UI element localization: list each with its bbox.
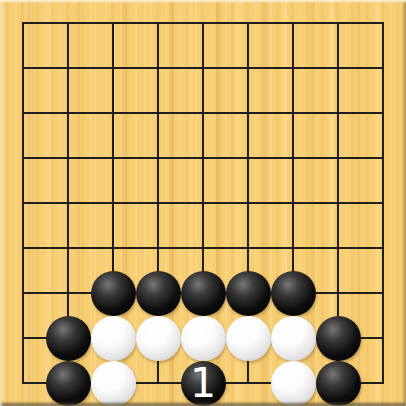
board-intersection[interactable]	[91, 226, 136, 271]
board-intersection[interactable]	[91, 271, 136, 316]
white-stone	[91, 361, 136, 406]
go-board: 1	[0, 0, 406, 406]
white-stone	[181, 316, 226, 361]
white-stone	[91, 316, 136, 361]
black-stone	[271, 271, 316, 316]
board-intersection[interactable]	[46, 136, 91, 181]
black-stone	[226, 271, 271, 316]
board-intersection[interactable]	[361, 91, 406, 136]
board-intersection[interactable]	[316, 136, 361, 181]
board-intersection[interactable]	[91, 316, 136, 361]
board-intersection[interactable]	[181, 271, 226, 316]
board-intersection[interactable]	[271, 46, 316, 91]
board-intersection[interactable]	[46, 181, 91, 226]
board-intersection[interactable]: 1	[181, 361, 226, 406]
board-intersection[interactable]	[316, 316, 361, 361]
board-intersection[interactable]	[316, 46, 361, 91]
board-intersection[interactable]	[91, 136, 136, 181]
board-intersection[interactable]	[361, 181, 406, 226]
board-intersection[interactable]	[181, 226, 226, 271]
board-intersection[interactable]	[1, 136, 46, 181]
white-stone	[271, 316, 316, 361]
board-intersection[interactable]	[136, 226, 181, 271]
board-intersection[interactable]	[91, 1, 136, 46]
board-intersection[interactable]	[46, 361, 91, 406]
board-intersection[interactable]	[271, 91, 316, 136]
board-intersection[interactable]	[1, 1, 46, 46]
board-intersection[interactable]	[271, 361, 316, 406]
board-grid: 1	[1, 1, 406, 406]
board-intersection[interactable]	[1, 91, 46, 136]
board-intersection[interactable]	[226, 136, 271, 181]
board-intersection[interactable]	[361, 361, 406, 406]
board-intersection[interactable]	[271, 271, 316, 316]
board-intersection[interactable]	[361, 136, 406, 181]
board-intersection[interactable]	[181, 91, 226, 136]
board-intersection[interactable]	[316, 91, 361, 136]
board-intersection[interactable]	[1, 316, 46, 361]
white-stone	[226, 316, 271, 361]
board-intersection[interactable]	[91, 46, 136, 91]
board-intersection[interactable]	[181, 316, 226, 361]
white-stone	[271, 361, 316, 406]
board-intersection[interactable]	[361, 46, 406, 91]
black-stone	[91, 271, 136, 316]
board-intersection[interactable]	[91, 181, 136, 226]
board-intersection[interactable]	[226, 226, 271, 271]
black-stone: 1	[181, 361, 226, 406]
board-intersection[interactable]	[91, 91, 136, 136]
board-intersection[interactable]	[46, 316, 91, 361]
board-intersection[interactable]	[271, 1, 316, 46]
board-intersection[interactable]	[136, 316, 181, 361]
board-intersection[interactable]	[91, 361, 136, 406]
board-intersection[interactable]	[316, 1, 361, 46]
board-intersection[interactable]	[271, 181, 316, 226]
board-intersection[interactable]	[316, 226, 361, 271]
board-intersection[interactable]	[46, 226, 91, 271]
board-intersection[interactable]	[46, 46, 91, 91]
black-stone	[316, 316, 361, 361]
board-intersection[interactable]	[46, 1, 91, 46]
black-stone	[136, 271, 181, 316]
black-stone	[46, 316, 91, 361]
board-intersection[interactable]	[226, 316, 271, 361]
board-intersection[interactable]	[361, 316, 406, 361]
board-intersection[interactable]	[181, 181, 226, 226]
board-intersection[interactable]	[271, 226, 316, 271]
board-intersection[interactable]	[226, 181, 271, 226]
black-stone	[316, 361, 361, 406]
board-intersection[interactable]	[46, 271, 91, 316]
board-intersection[interactable]	[136, 1, 181, 46]
board-intersection[interactable]	[226, 1, 271, 46]
board-intersection[interactable]	[316, 271, 361, 316]
board-intersection[interactable]	[181, 46, 226, 91]
board-intersection[interactable]	[361, 271, 406, 316]
board-intersection[interactable]	[46, 91, 91, 136]
board-intersection[interactable]	[226, 46, 271, 91]
board-intersection[interactable]	[1, 181, 46, 226]
board-intersection[interactable]	[1, 46, 46, 91]
move-number-label: 1	[190, 363, 216, 404]
white-stone	[136, 316, 181, 361]
board-intersection[interactable]	[1, 226, 46, 271]
board-intersection[interactable]	[1, 361, 46, 406]
board-intersection[interactable]	[226, 91, 271, 136]
board-intersection[interactable]	[271, 136, 316, 181]
board-intersection[interactable]	[136, 91, 181, 136]
board-intersection[interactable]	[361, 1, 406, 46]
board-intersection[interactable]	[181, 136, 226, 181]
board-intersection[interactable]	[271, 316, 316, 361]
board-intersection[interactable]	[181, 1, 226, 46]
black-stone	[181, 271, 226, 316]
board-intersection[interactable]	[361, 226, 406, 271]
board-intersection[interactable]	[226, 361, 271, 406]
board-intersection[interactable]	[136, 46, 181, 91]
board-intersection[interactable]	[316, 181, 361, 226]
board-intersection[interactable]	[136, 361, 181, 406]
board-intersection[interactable]	[316, 361, 361, 406]
board-intersection[interactable]	[1, 271, 46, 316]
board-intersection[interactable]	[226, 271, 271, 316]
board-intersection[interactable]	[136, 136, 181, 181]
board-intersection[interactable]	[136, 181, 181, 226]
black-stone	[46, 361, 91, 406]
board-intersection[interactable]	[136, 271, 181, 316]
